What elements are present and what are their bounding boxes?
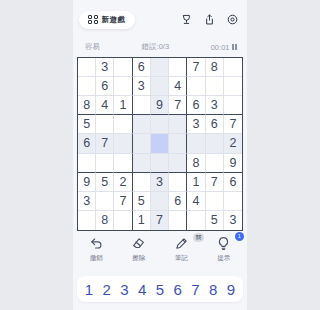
cell-r4c9[interactable]: 7 (224, 115, 242, 134)
cell-r1c7[interactable]: 7 (187, 58, 205, 77)
cell-r7c8[interactable]: 7 (206, 173, 224, 192)
cell-r7c2[interactable]: 5 (96, 173, 114, 192)
cell-r5c1[interactable]: 6 (78, 134, 96, 153)
difficulty-label: 容易 (85, 42, 100, 52)
hint-button[interactable]: 1 提示 (207, 236, 241, 263)
numpad-3[interactable]: 3 (120, 282, 128, 297)
cell-r5c4[interactable] (133, 134, 151, 153)
numpad-5[interactable]: 5 (156, 282, 164, 297)
cell-r8c5[interactable] (151, 192, 169, 211)
mistakes-counter: 錯誤:0/3 (142, 42, 170, 52)
notes-button[interactable]: 關 筆記 (164, 236, 198, 263)
cell-r2c9[interactable] (224, 77, 242, 96)
hint-count-badge: 1 (235, 232, 244, 241)
erase-button[interactable]: 擦除 (122, 236, 156, 263)
cell-r3c5[interactable]: 9 (151, 96, 169, 115)
cell-r9c1[interactable] (78, 211, 96, 230)
hint-label: 提示 (217, 254, 230, 263)
cell-r2c1[interactable] (78, 77, 96, 96)
new-game-label: 新遊戲 (102, 15, 126, 25)
cell-r7c1[interactable]: 9 (78, 173, 96, 192)
cell-r3c7[interactable]: 6 (187, 96, 205, 115)
numpad-1[interactable]: 1 (85, 282, 93, 297)
numpad-9[interactable]: 9 (227, 282, 235, 297)
cell-r4c7[interactable]: 3 (187, 115, 205, 134)
cell-r3c2[interactable]: 4 (96, 96, 114, 115)
cell-r4c8[interactable]: 6 (206, 115, 224, 134)
cell-r6c2[interactable] (96, 154, 114, 173)
cell-r5c8[interactable] (206, 134, 224, 153)
notes-label: 筆記 (175, 254, 188, 263)
cell-r4c6[interactable] (169, 115, 187, 134)
trophy-icon[interactable] (180, 13, 193, 26)
cell-r7c3[interactable]: 2 (114, 173, 132, 192)
pencil-icon (174, 236, 189, 251)
undo-label: 撤銷 (90, 254, 103, 263)
cell-r4c5[interactable] (151, 115, 169, 134)
cell-r6c7[interactable]: 8 (187, 154, 205, 173)
erase-label: 擦除 (132, 254, 145, 263)
settings-icon[interactable] (226, 13, 239, 26)
cell-r8c3[interactable]: 7 (114, 192, 132, 211)
cell-r1c1[interactable] (78, 58, 96, 77)
cell-r9c6[interactable] (169, 211, 187, 230)
cell-r5c9[interactable]: 2 (224, 134, 242, 153)
eraser-icon (131, 236, 146, 251)
cell-r5c3[interactable] (114, 134, 132, 153)
undo-button[interactable]: 撤銷 (79, 236, 113, 263)
numpad-2[interactable]: 2 (102, 282, 110, 297)
cell-r7c6[interactable] (169, 173, 187, 192)
cell-r2c4[interactable]: 3 (133, 77, 151, 96)
cell-r6c6[interactable] (169, 154, 187, 173)
cell-r5c6[interactable] (169, 134, 187, 153)
cell-r4c2[interactable] (96, 115, 114, 134)
cell-r3c9[interactable] (224, 96, 242, 115)
notes-toggle-badge: 關 (193, 233, 205, 242)
cell-r9c2[interactable]: 8 (96, 211, 114, 230)
cell-r4c3[interactable] (114, 115, 132, 134)
cell-r3c6[interactable]: 7 (169, 96, 187, 115)
cell-r8c7[interactable]: 4 (187, 192, 205, 211)
cell-r4c1[interactable]: 5 (78, 115, 96, 134)
cell-r1c6[interactable] (169, 58, 187, 77)
new-game-button[interactable]: 新遊戲 (79, 11, 135, 29)
numpad-7[interactable]: 7 (191, 282, 199, 297)
cell-r9c3[interactable] (114, 211, 132, 230)
cell-r7c9[interactable]: 6 (224, 173, 242, 192)
cell-r9c7[interactable] (187, 211, 205, 230)
numpad-4[interactable]: 4 (138, 282, 146, 297)
cell-r8c8[interactable] (206, 192, 224, 211)
pause-icon[interactable] (232, 44, 237, 50)
numpad-8[interactable]: 8 (209, 282, 217, 297)
cell-r6c3[interactable] (114, 154, 132, 173)
cell-r6c8[interactable] (206, 154, 224, 173)
cell-r2c8[interactable] (206, 77, 224, 96)
numpad-6[interactable]: 6 (174, 282, 182, 297)
cell-r5c5[interactable] (151, 134, 169, 153)
undo-icon (89, 236, 104, 251)
cell-r7c5[interactable]: 3 (151, 173, 169, 192)
cell-r5c2[interactable]: 7 (96, 134, 114, 153)
cell-r6c5[interactable] (151, 154, 169, 173)
cell-r8c4[interactable]: 5 (133, 192, 151, 211)
bulb-icon (216, 236, 231, 251)
cell-r2c5[interactable] (151, 77, 169, 96)
cell-r5c7[interactable] (187, 134, 205, 153)
sudoku-app: 新遊戲 容易 錯誤:0/3 00:01 (73, 0, 247, 310)
cell-r4c4[interactable] (133, 115, 151, 134)
cell-r3c4[interactable] (133, 96, 151, 115)
toolbar: 撤銷 擦除 關 筆記 1 (75, 236, 245, 270)
cell-r2c2[interactable]: 6 (96, 77, 114, 96)
sudoku-board: 3678634841976353676728995231763756481753 (77, 57, 243, 231)
cell-r3c1[interactable]: 8 (78, 96, 96, 115)
number-pad: 123456789 (77, 276, 243, 302)
cell-r9c9[interactable]: 3 (224, 211, 242, 230)
cell-r1c8[interactable]: 8 (206, 58, 224, 77)
cell-r2c3[interactable] (114, 77, 132, 96)
cell-r8c1[interactable]: 3 (78, 192, 96, 211)
cell-r6c4[interactable] (133, 154, 151, 173)
timer: 00:01 (211, 43, 230, 52)
top-bar: 新遊戲 (79, 7, 239, 32)
cell-r9c4[interactable]: 1 (133, 211, 151, 230)
cell-r8c2[interactable] (96, 192, 114, 211)
cell-r8c6[interactable]: 6 (169, 192, 187, 211)
cell-r2c7[interactable] (187, 77, 205, 96)
top-icon-group (180, 13, 239, 26)
cell-r1c5[interactable] (151, 58, 169, 77)
cell-r8c9[interactable] (224, 192, 242, 211)
grid-icon (88, 15, 98, 25)
cell-r9c5[interactable]: 7 (151, 211, 169, 230)
cell-r6c9[interactable]: 9 (224, 154, 242, 173)
cell-r1c2[interactable]: 3 (96, 58, 114, 77)
cell-r3c3[interactable]: 1 (114, 96, 132, 115)
cell-r3c8[interactable]: 3 (206, 96, 224, 115)
cell-r6c1[interactable] (78, 154, 96, 173)
share-icon[interactable] (203, 13, 216, 26)
cell-r2c6[interactable]: 4 (169, 77, 187, 96)
cell-r7c4[interactable] (133, 173, 151, 192)
cell-r1c9[interactable] (224, 58, 242, 77)
cell-r1c4[interactable]: 6 (133, 58, 151, 77)
status-row: 容易 錯誤:0/3 00:01 (85, 41, 237, 53)
cell-r7c7[interactable]: 1 (187, 173, 205, 192)
cell-r9c8[interactable]: 5 (206, 211, 224, 230)
cell-r1c3[interactable] (114, 58, 132, 77)
